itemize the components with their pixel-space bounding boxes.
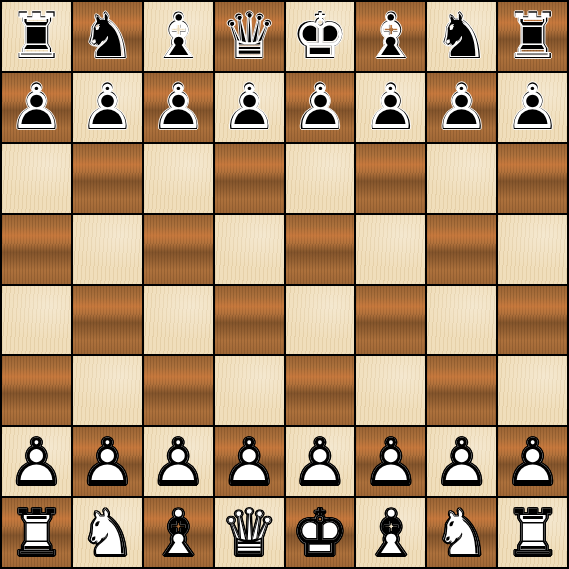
square-d5[interactable]: [215, 215, 284, 284]
piece-black-pawn[interactable]: ♟♙: [215, 73, 284, 142]
white-pawn-silhouette-icon: ♟: [286, 427, 355, 496]
white-pawn-silhouette-icon: ♟: [356, 427, 425, 496]
piece-white-bishop[interactable]: ♝♗: [356, 498, 425, 567]
piece-black-knight[interactable]: ♞♘: [427, 2, 496, 71]
white-queen-outline-icon: ♕: [215, 498, 284, 567]
black-knight-outline-icon: ♘: [429, 4, 494, 69]
square-g7[interactable]: ♟♙: [427, 73, 496, 142]
square-a7[interactable]: ♟♙: [2, 73, 71, 142]
piece-black-pawn[interactable]: ♟♙: [144, 73, 213, 142]
piece-white-pawn[interactable]: ♟♙: [73, 427, 142, 496]
square-d4[interactable]: [215, 286, 284, 355]
square-h1[interactable]: ♜♖: [498, 498, 567, 567]
square-b1[interactable]: ♞♘: [73, 498, 142, 567]
white-pawn-silhouette-icon: ♟: [498, 427, 567, 496]
square-b3[interactable]: [73, 356, 142, 425]
piece-white-pawn[interactable]: ♟♙: [356, 427, 425, 496]
square-h2[interactable]: ♟♙: [498, 427, 567, 496]
square-f4[interactable]: [356, 286, 425, 355]
black-pawn-outline-icon: ♙: [216, 75, 281, 140]
piece-black-pawn[interactable]: ♟♙: [2, 73, 71, 142]
square-f3[interactable]: [356, 356, 425, 425]
black-bishop-silhouette-icon: ♝: [356, 2, 425, 71]
square-a8[interactable]: ♜♖: [2, 2, 71, 71]
square-e8[interactable]: ♚♔: [286, 2, 355, 71]
piece-black-pawn[interactable]: ♟♙: [73, 73, 142, 142]
square-a3[interactable]: [2, 356, 71, 425]
square-f8[interactable]: ♝♗: [356, 2, 425, 71]
square-f5[interactable]: [356, 215, 425, 284]
square-c6[interactable]: [144, 144, 213, 213]
black-rook-silhouette-icon: ♜: [498, 2, 567, 71]
black-pawn-silhouette-icon: ♟: [498, 73, 567, 142]
white-knight-silhouette-icon: ♞: [427, 498, 496, 567]
square-h3[interactable]: [498, 356, 567, 425]
white-pawn-outline-icon: ♙: [215, 427, 284, 496]
white-pawn-outline-icon: ♙: [144, 427, 213, 496]
square-h5[interactable]: [498, 215, 567, 284]
square-c2[interactable]: ♟♙: [144, 427, 213, 496]
square-a4[interactable]: [2, 286, 71, 355]
black-bishop-outline-icon: ♗: [358, 4, 423, 69]
square-h7[interactable]: ♟♙: [498, 73, 567, 142]
white-pawn-outline-icon: ♙: [73, 427, 142, 496]
square-b4[interactable]: [73, 286, 142, 355]
black-rook-outline-icon: ♖: [500, 4, 565, 69]
piece-black-queen[interactable]: ♛♕: [215, 2, 284, 71]
piece-white-bishop[interactable]: ♝♗: [144, 498, 213, 567]
square-h4[interactable]: [498, 286, 567, 355]
square-c4[interactable]: [144, 286, 213, 355]
white-knight-outline-icon: ♘: [73, 498, 142, 567]
white-bishop-silhouette-icon: ♝: [144, 498, 213, 567]
square-d1[interactable]: ♛♕: [215, 498, 284, 567]
square-c8[interactable]: ♝♗: [144, 2, 213, 71]
square-c7[interactable]: ♟♙: [144, 73, 213, 142]
square-g1[interactable]: ♞♘: [427, 498, 496, 567]
black-rook-outline-icon: ♖: [4, 4, 69, 69]
white-pawn-silhouette-icon: ♟: [2, 427, 71, 496]
black-pawn-outline-icon: ♙: [429, 75, 494, 140]
white-pawn-silhouette-icon: ♟: [144, 427, 213, 496]
black-rook-silhouette-icon: ♜: [2, 2, 71, 71]
black-pawn-silhouette-icon: ♟: [356, 73, 425, 142]
chess-board: ♜♖♞♘♝♗♛♕♚♔♝♗♞♘♜♖♟♙♟♙♟♙♟♙♟♙♟♙♟♙♟♙♟♙♟♙♟♙♟♙…: [0, 0, 569, 569]
square-g2[interactable]: ♟♙: [427, 427, 496, 496]
piece-black-knight[interactable]: ♞♘: [73, 2, 142, 71]
square-a6[interactable]: [2, 144, 71, 213]
square-b6[interactable]: [73, 144, 142, 213]
piece-white-rook[interactable]: ♜♖: [2, 498, 71, 567]
piece-white-pawn[interactable]: ♟♙: [498, 427, 567, 496]
piece-black-pawn[interactable]: ♟♙: [498, 73, 567, 142]
white-pawn-outline-icon: ♙: [356, 427, 425, 496]
black-knight-outline-icon: ♘: [75, 4, 140, 69]
white-pawn-silhouette-icon: ♟: [427, 427, 496, 496]
black-queen-outline-icon: ♕: [216, 4, 281, 69]
square-e2[interactable]: ♟♙: [286, 427, 355, 496]
square-g6[interactable]: [427, 144, 496, 213]
piece-white-queen[interactable]: ♛♕: [215, 498, 284, 567]
square-e4[interactable]: [286, 286, 355, 355]
square-e1[interactable]: ♚♔: [286, 498, 355, 567]
piece-black-bishop[interactable]: ♝♗: [356, 2, 425, 71]
square-g3[interactable]: [427, 356, 496, 425]
square-a2[interactable]: ♟♙: [2, 427, 71, 496]
black-pawn-outline-icon: ♙: [500, 75, 565, 140]
piece-white-rook[interactable]: ♜♖: [498, 498, 567, 567]
square-e3[interactable]: [286, 356, 355, 425]
square-d2[interactable]: ♟♙: [215, 427, 284, 496]
piece-black-rook[interactable]: ♜♖: [498, 2, 567, 71]
black-pawn-silhouette-icon: ♟: [215, 73, 284, 142]
white-pawn-outline-icon: ♙: [2, 427, 71, 496]
black-bishop-outline-icon: ♗: [145, 4, 210, 69]
white-queen-silhouette-icon: ♛: [215, 498, 284, 567]
piece-black-pawn[interactable]: ♟♙: [286, 73, 355, 142]
square-c1[interactable]: ♝♗: [144, 498, 213, 567]
white-rook-silhouette-icon: ♜: [2, 498, 71, 567]
piece-black-rook[interactable]: ♜♖: [2, 2, 71, 71]
square-e6[interactable]: [286, 144, 355, 213]
square-e7[interactable]: ♟♙: [286, 73, 355, 142]
white-knight-silhouette-icon: ♞: [73, 498, 142, 567]
white-king-silhouette-icon: ♚: [286, 498, 355, 567]
piece-white-king[interactable]: ♚♔: [286, 498, 355, 567]
black-pawn-silhouette-icon: ♟: [427, 73, 496, 142]
black-pawn-outline-icon: ♙: [4, 75, 69, 140]
square-d3[interactable]: [215, 356, 284, 425]
square-g8[interactable]: ♞♘: [427, 2, 496, 71]
white-bishop-silhouette-icon: ♝: [356, 498, 425, 567]
square-b7[interactable]: ♟♙: [73, 73, 142, 142]
black-knight-silhouette-icon: ♞: [427, 2, 496, 71]
square-g5[interactable]: [427, 215, 496, 284]
black-knight-silhouette-icon: ♞: [73, 2, 142, 71]
piece-black-pawn[interactable]: ♟♙: [427, 73, 496, 142]
black-king-outline-icon: ♔: [287, 4, 352, 69]
piece-white-knight[interactable]: ♞♘: [73, 498, 142, 567]
piece-black-king[interactable]: ♚♔: [286, 2, 355, 71]
square-g4[interactable]: [427, 286, 496, 355]
square-c3[interactable]: [144, 356, 213, 425]
square-f1[interactable]: ♝♗: [356, 498, 425, 567]
piece-white-knight[interactable]: ♞♘: [427, 498, 496, 567]
white-pawn-outline-icon: ♙: [427, 427, 496, 496]
white-rook-outline-icon: ♖: [498, 498, 567, 567]
square-a1[interactable]: ♜♖: [2, 498, 71, 567]
piece-white-pawn[interactable]: ♟♙: [427, 427, 496, 496]
black-bishop-silhouette-icon: ♝: [144, 2, 213, 71]
black-pawn-outline-icon: ♙: [287, 75, 352, 140]
black-pawn-silhouette-icon: ♟: [2, 73, 71, 142]
white-pawn-silhouette-icon: ♟: [73, 427, 142, 496]
square-f7[interactable]: ♟♙: [356, 73, 425, 142]
square-d8[interactable]: ♛♕: [215, 2, 284, 71]
black-king-silhouette-icon: ♚: [286, 2, 355, 71]
white-pawn-outline-icon: ♙: [498, 427, 567, 496]
black-pawn-silhouette-icon: ♟: [73, 73, 142, 142]
piece-white-pawn[interactable]: ♟♙: [215, 427, 284, 496]
white-king-outline-icon: ♔: [286, 498, 355, 567]
black-queen-silhouette-icon: ♛: [215, 2, 284, 71]
piece-black-bishop[interactable]: ♝♗: [144, 2, 213, 71]
black-pawn-outline-icon: ♙: [145, 75, 210, 140]
white-rook-silhouette-icon: ♜: [498, 498, 567, 567]
white-pawn-silhouette-icon: ♟: [215, 427, 284, 496]
square-b8[interactable]: ♞♘: [73, 2, 142, 71]
square-b5[interactable]: [73, 215, 142, 284]
white-knight-outline-icon: ♘: [427, 498, 496, 567]
square-h6[interactable]: [498, 144, 567, 213]
white-pawn-outline-icon: ♙: [286, 427, 355, 496]
square-a5[interactable]: [2, 215, 71, 284]
square-f2[interactable]: ♟♙: [356, 427, 425, 496]
black-pawn-silhouette-icon: ♟: [144, 73, 213, 142]
square-f6[interactable]: [356, 144, 425, 213]
piece-black-pawn[interactable]: ♟♙: [356, 73, 425, 142]
piece-white-pawn[interactable]: ♟♙: [144, 427, 213, 496]
square-b2[interactable]: ♟♙: [73, 427, 142, 496]
square-d7[interactable]: ♟♙: [215, 73, 284, 142]
square-h8[interactable]: ♜♖: [498, 2, 567, 71]
black-pawn-outline-icon: ♙: [358, 75, 423, 140]
black-pawn-outline-icon: ♙: [75, 75, 140, 140]
white-bishop-outline-icon: ♗: [356, 498, 425, 567]
piece-white-pawn[interactable]: ♟♙: [2, 427, 71, 496]
square-c5[interactable]: [144, 215, 213, 284]
piece-white-pawn[interactable]: ♟♙: [286, 427, 355, 496]
black-pawn-silhouette-icon: ♟: [286, 73, 355, 142]
square-e5[interactable]: [286, 215, 355, 284]
white-bishop-outline-icon: ♗: [144, 498, 213, 567]
square-d6[interactable]: [215, 144, 284, 213]
white-rook-outline-icon: ♖: [2, 498, 71, 567]
